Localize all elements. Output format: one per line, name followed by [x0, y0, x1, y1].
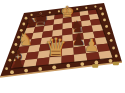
chess-board: [0, 0, 125, 93]
frame-coordinate-dot: [115, 55, 118, 58]
frame-coordinate-dot: [58, 10, 60, 12]
frame-coordinate-dot: [31, 14, 33, 16]
frame-coordinate-dot: [24, 69, 28, 73]
board-square[interactable]: [81, 20, 92, 27]
board-square[interactable]: [62, 28, 72, 36]
board-square[interactable]: [50, 42, 62, 50]
frame-coordinate-dot: [112, 47, 115, 50]
board-square[interactable]: [62, 47, 74, 56]
frame-coordinate-dot: [94, 6, 96, 8]
frame-coordinate-dot: [38, 67, 42, 71]
frame-coordinate-dot: [80, 62, 84, 66]
board-square[interactable]: [72, 21, 82, 28]
brass-hinge-icon: [113, 62, 119, 66]
frame-coordinate-dot: [66, 64, 70, 68]
frame-coordinate-dot: [85, 7, 87, 9]
board-square[interactable]: [51, 36, 62, 44]
board-square[interactable]: [74, 46, 87, 55]
board-square[interactable]: [84, 38, 97, 46]
board-square[interactable]: [83, 32, 95, 40]
frame-coordinate-dot: [5, 67, 8, 70]
frame-coordinate-dot: [95, 61, 99, 65]
board-square[interactable]: [72, 27, 83, 35]
board-square[interactable]: [62, 34, 73, 42]
frame-coordinate-dot: [22, 23, 25, 26]
frame-coordinate-dot: [110, 39, 113, 42]
frame-coordinate-dot: [99, 7, 102, 10]
board-square[interactable]: [50, 49, 62, 58]
frame-coordinate-dot: [67, 9, 69, 11]
board-square[interactable]: [85, 45, 98, 54]
frame-coordinate-dot: [101, 13, 104, 16]
board-square[interactable]: [73, 40, 85, 48]
board-square[interactable]: [39, 43, 51, 51]
chess-set-photo: ♚♚♞♞♞♟♛♟♝: [0, 0, 125, 93]
board-square[interactable]: [82, 26, 93, 33]
frame-coordinate-dot: [103, 19, 106, 22]
frame-coordinate-dot: [49, 11, 51, 13]
board-square[interactable]: [37, 50, 50, 59]
frame-coordinate-dot: [10, 70, 14, 74]
board-square[interactable]: [62, 41, 74, 49]
frame-coordinate-dot: [76, 8, 78, 10]
brass-hinge-icon: [92, 64, 98, 68]
frame-coordinate-dot: [9, 59, 12, 62]
frame-coordinate-dot: [40, 13, 42, 15]
frame-coordinate-dot: [25, 17, 28, 20]
frame-coordinate-dot: [17, 36, 20, 39]
frame-coordinate-dot: [107, 32, 110, 35]
board-square[interactable]: [52, 29, 62, 36]
frame-coordinate-dot: [15, 43, 18, 46]
frame-coordinate-dot: [105, 25, 108, 28]
frame-coordinate-dot: [52, 65, 56, 69]
frame-coordinate-dot: [12, 51, 15, 54]
board-square[interactable]: [72, 16, 82, 22]
frame-coordinate-dot: [109, 59, 113, 63]
frame-coordinate-dot: [20, 29, 23, 32]
board-square[interactable]: [73, 33, 84, 41]
